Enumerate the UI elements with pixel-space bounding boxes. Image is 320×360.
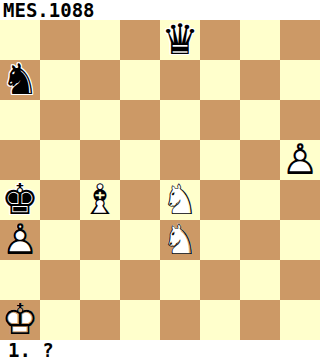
square-e1[interactable]	[160, 300, 200, 340]
square-g4[interactable]	[240, 180, 280, 220]
square-h3[interactable]	[280, 220, 320, 260]
square-f5[interactable]	[200, 140, 240, 180]
square-c6[interactable]	[80, 100, 120, 140]
square-f2[interactable]	[200, 260, 240, 300]
square-h2[interactable]	[280, 260, 320, 300]
white-pawn[interactable]: ♙	[280, 140, 320, 180]
square-a8[interactable]	[0, 20, 40, 60]
square-c2[interactable]	[80, 260, 120, 300]
square-e3[interactable]: ♞♘	[160, 220, 200, 260]
square-e2[interactable]	[160, 260, 200, 300]
square-h8[interactable]	[280, 20, 320, 60]
square-g6[interactable]	[240, 100, 280, 140]
square-b8[interactable]	[40, 20, 80, 60]
square-a5[interactable]	[0, 140, 40, 180]
square-h6[interactable]	[280, 100, 320, 140]
square-a4[interactable]: ♚	[0, 180, 40, 220]
square-c3[interactable]	[80, 220, 120, 260]
square-e5[interactable]	[160, 140, 200, 180]
square-d2[interactable]	[120, 260, 160, 300]
square-d1[interactable]	[120, 300, 160, 340]
square-a3[interactable]: ♟♙	[0, 220, 40, 260]
white-knight[interactable]: ♘	[160, 180, 200, 220]
square-d8[interactable]	[120, 20, 160, 60]
white-king[interactable]: ♔	[0, 300, 40, 340]
square-b5[interactable]	[40, 140, 80, 180]
square-g5[interactable]	[240, 140, 280, 180]
square-h1[interactable]	[280, 300, 320, 340]
black-king[interactable]: ♚	[0, 180, 40, 220]
square-f7[interactable]	[200, 60, 240, 100]
square-b1[interactable]	[40, 300, 80, 340]
square-h4[interactable]	[280, 180, 320, 220]
square-h7[interactable]	[280, 60, 320, 100]
square-b6[interactable]	[40, 100, 80, 140]
square-e6[interactable]	[160, 100, 200, 140]
chess-board: ♛♞♟♙♚♝♗♞♘♟♙♞♘♚♔	[0, 20, 320, 340]
square-f3[interactable]	[200, 220, 240, 260]
square-g2[interactable]	[240, 260, 280, 300]
square-b3[interactable]	[40, 220, 80, 260]
square-d6[interactable]	[120, 100, 160, 140]
white-knight[interactable]: ♘	[160, 220, 200, 260]
square-e7[interactable]	[160, 60, 200, 100]
square-c1[interactable]	[80, 300, 120, 340]
square-a1[interactable]: ♚♔	[0, 300, 40, 340]
square-a2[interactable]	[0, 260, 40, 300]
white-pawn[interactable]: ♙	[0, 220, 40, 260]
square-d7[interactable]	[120, 60, 160, 100]
white-bishop[interactable]: ♗	[80, 180, 120, 220]
black-queen[interactable]: ♛	[160, 20, 200, 60]
square-d5[interactable]	[120, 140, 160, 180]
square-c7[interactable]	[80, 60, 120, 100]
square-g3[interactable]	[240, 220, 280, 260]
move-prompt: 1. ?	[0, 340, 320, 360]
square-a6[interactable]	[0, 100, 40, 140]
square-c4[interactable]: ♝♗	[80, 180, 120, 220]
square-b2[interactable]	[40, 260, 80, 300]
square-d4[interactable]	[120, 180, 160, 220]
puzzle-id: MES.1088	[0, 0, 320, 20]
square-c8[interactable]	[80, 20, 120, 60]
square-g7[interactable]	[240, 60, 280, 100]
square-g1[interactable]	[240, 300, 280, 340]
square-h5[interactable]: ♟♙	[280, 140, 320, 180]
square-e4[interactable]: ♞♘	[160, 180, 200, 220]
square-b4[interactable]	[40, 180, 80, 220]
square-f4[interactable]	[200, 180, 240, 220]
square-f6[interactable]	[200, 100, 240, 140]
square-e8[interactable]: ♛	[160, 20, 200, 60]
square-b7[interactable]	[40, 60, 80, 100]
square-c5[interactable]	[80, 140, 120, 180]
square-f1[interactable]	[200, 300, 240, 340]
square-g8[interactable]	[240, 20, 280, 60]
square-a7[interactable]: ♞	[0, 60, 40, 100]
black-knight[interactable]: ♞	[0, 60, 40, 100]
square-d3[interactable]	[120, 220, 160, 260]
square-f8[interactable]	[200, 20, 240, 60]
